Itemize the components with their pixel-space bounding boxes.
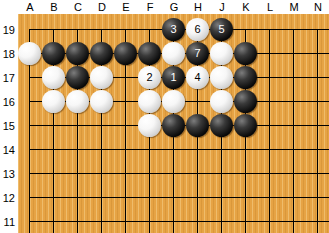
grid-line-h bbox=[29, 173, 42, 174]
grid-line-v bbox=[317, 162, 318, 186]
move-number: 3 bbox=[170, 24, 176, 35]
stone-black-E18[interactable] bbox=[114, 42, 137, 65]
grid-line-v bbox=[221, 186, 222, 210]
grid-line-v bbox=[53, 114, 54, 138]
board-point-G14[interactable] bbox=[162, 138, 186, 162]
board-point-G17[interactable]: 1 bbox=[162, 66, 186, 90]
grid-line-h bbox=[66, 149, 90, 150]
board-point-A13[interactable] bbox=[18, 162, 42, 186]
board-point-C11[interactable] bbox=[66, 210, 90, 233]
grid-line-v bbox=[173, 138, 174, 162]
grid-line-h bbox=[42, 29, 66, 30]
grid-line-h bbox=[186, 101, 210, 102]
board-point-B18[interactable] bbox=[42, 42, 66, 66]
board-point-L15[interactable] bbox=[258, 114, 282, 138]
grid-line-h bbox=[29, 197, 42, 198]
stone-black-G19[interactable]: 3 bbox=[162, 18, 185, 41]
board-point-H16[interactable] bbox=[186, 90, 210, 114]
grid-line-h bbox=[234, 173, 258, 174]
board-point-K14[interactable] bbox=[234, 138, 258, 162]
board-point-K11[interactable] bbox=[234, 210, 258, 233]
grid-line-h bbox=[42, 173, 66, 174]
stone-white-J16[interactable] bbox=[210, 90, 233, 113]
grid-line-v bbox=[29, 90, 30, 114]
column-label: E bbox=[114, 0, 138, 14]
board-point-M16[interactable] bbox=[282, 90, 306, 114]
row-label: 19 bbox=[0, 18, 15, 42]
board-point-N18[interactable] bbox=[306, 42, 329, 66]
grid-line-h bbox=[234, 29, 258, 30]
column-label: G bbox=[162, 0, 186, 14]
row-label: 16 bbox=[0, 90, 15, 114]
grid-line-v bbox=[317, 66, 318, 90]
column-label: F bbox=[138, 0, 162, 14]
grid-line-v bbox=[125, 90, 126, 114]
grid-line-v bbox=[293, 114, 294, 138]
stone-black-F18[interactable] bbox=[138, 42, 161, 65]
board-point-F19[interactable] bbox=[138, 18, 162, 42]
grid-line-v bbox=[173, 210, 174, 233]
board-point-C19[interactable] bbox=[66, 18, 90, 42]
stone-black-D18[interactable] bbox=[90, 42, 113, 65]
board-point-B14[interactable] bbox=[42, 138, 66, 162]
grid-line-v bbox=[53, 29, 54, 42]
board-point-K12[interactable] bbox=[234, 186, 258, 210]
stone-white-J17[interactable] bbox=[210, 66, 233, 89]
board-point-J16[interactable] bbox=[210, 90, 234, 114]
board-point-A17[interactable] bbox=[18, 66, 42, 90]
grid-line-v bbox=[53, 162, 54, 186]
board-point-N12[interactable] bbox=[306, 186, 329, 210]
grid-line-h bbox=[42, 149, 66, 150]
grid-line-h bbox=[258, 221, 282, 222]
grid-line-h bbox=[210, 149, 234, 150]
board-point-G19[interactable]: 3 bbox=[162, 18, 186, 42]
board-point-M18[interactable] bbox=[282, 42, 306, 66]
grid-line-v bbox=[269, 42, 270, 66]
grid-line-h bbox=[29, 125, 42, 126]
board-point-B11[interactable] bbox=[42, 210, 66, 233]
stone-black-K15[interactable] bbox=[234, 114, 257, 137]
grid-line-h bbox=[138, 197, 162, 198]
board-point-D18[interactable] bbox=[90, 42, 114, 66]
board-point-H14[interactable] bbox=[186, 138, 210, 162]
board-point-A15[interactable] bbox=[18, 114, 42, 138]
board-point-G18[interactable] bbox=[162, 42, 186, 66]
board-point-N11[interactable] bbox=[306, 210, 329, 233]
grid-line-h bbox=[258, 53, 282, 54]
board-point-A14[interactable] bbox=[18, 138, 42, 162]
grid-line-h bbox=[114, 125, 138, 126]
board-point-K17[interactable] bbox=[234, 66, 258, 90]
grid-line-v bbox=[293, 210, 294, 233]
grid-line-v bbox=[125, 186, 126, 210]
board-point-D15[interactable] bbox=[90, 114, 114, 138]
board-point-K19[interactable] bbox=[234, 18, 258, 42]
grid-line-h bbox=[114, 197, 138, 198]
go-board-grid: 3657214 bbox=[18, 18, 329, 233]
grid-line-v bbox=[101, 210, 102, 233]
grid-line-v bbox=[293, 138, 294, 162]
board-point-E19[interactable] bbox=[114, 18, 138, 42]
grid-line-v bbox=[29, 29, 30, 42]
grid-line-v bbox=[149, 138, 150, 162]
stone-black-H15[interactable] bbox=[186, 114, 209, 137]
go-board-diagram: ABCDEFGHJKLMN 191817161514131211 3657214 bbox=[0, 0, 329, 233]
grid-line-v bbox=[101, 29, 102, 42]
column-label: C bbox=[66, 0, 90, 14]
board-point-J17[interactable] bbox=[210, 66, 234, 90]
board-point-D11[interactable] bbox=[90, 210, 114, 233]
grid-line-h bbox=[282, 149, 306, 150]
stone-black-G15[interactable] bbox=[162, 114, 185, 137]
board-point-L14[interactable] bbox=[258, 138, 282, 162]
board-point-C13[interactable] bbox=[66, 162, 90, 186]
board-point-F17[interactable]: 2 bbox=[138, 66, 162, 90]
board-point-H12[interactable] bbox=[186, 186, 210, 210]
grid-line-h bbox=[90, 173, 114, 174]
board-point-A18[interactable] bbox=[18, 42, 42, 66]
grid-line-h bbox=[138, 149, 162, 150]
board-point-C16[interactable] bbox=[66, 90, 90, 114]
grid-line-v bbox=[29, 186, 30, 210]
grid-line-v bbox=[173, 186, 174, 210]
grid-line-v bbox=[53, 210, 54, 233]
board-point-C12[interactable] bbox=[66, 186, 90, 210]
grid-line-v bbox=[317, 29, 318, 42]
board-point-L13[interactable] bbox=[258, 162, 282, 186]
grid-line-h bbox=[29, 29, 42, 30]
board-point-E14[interactable] bbox=[114, 138, 138, 162]
grid-line-v bbox=[149, 162, 150, 186]
board-point-B12[interactable] bbox=[42, 186, 66, 210]
board-point-D14[interactable] bbox=[90, 138, 114, 162]
board-point-H18[interactable]: 7 bbox=[186, 42, 210, 66]
board-point-N19[interactable] bbox=[306, 18, 329, 42]
grid-line-h bbox=[186, 173, 210, 174]
grid-line-v bbox=[269, 138, 270, 162]
grid-line-h bbox=[210, 197, 234, 198]
board-point-D17[interactable] bbox=[90, 66, 114, 90]
move-number: 2 bbox=[146, 72, 152, 83]
board-point-M15[interactable] bbox=[282, 114, 306, 138]
board-point-C15[interactable] bbox=[66, 114, 90, 138]
column-label: B bbox=[42, 0, 66, 14]
board-point-F15[interactable] bbox=[138, 114, 162, 138]
row-label: 13 bbox=[0, 162, 15, 186]
grid-line-h bbox=[282, 29, 306, 30]
board-point-F13[interactable] bbox=[138, 162, 162, 186]
grid-line-v bbox=[197, 162, 198, 186]
board-point-J11[interactable] bbox=[210, 210, 234, 233]
grid-line-v bbox=[293, 66, 294, 90]
board-point-F16[interactable] bbox=[138, 90, 162, 114]
board-point-J13[interactable] bbox=[210, 162, 234, 186]
board-point-D16[interactable] bbox=[90, 90, 114, 114]
grid-line-v bbox=[149, 186, 150, 210]
board-point-K18[interactable] bbox=[234, 42, 258, 66]
board-point-B17[interactable] bbox=[42, 66, 66, 90]
grid-line-h bbox=[186, 221, 210, 222]
board-point-L11[interactable] bbox=[258, 210, 282, 233]
stone-white-H19[interactable]: 6 bbox=[186, 18, 209, 41]
board-point-F11[interactable] bbox=[138, 210, 162, 233]
move-number: 1 bbox=[170, 72, 176, 83]
board-point-L19[interactable] bbox=[258, 18, 282, 42]
board-point-G16[interactable] bbox=[162, 90, 186, 114]
grid-line-h bbox=[282, 125, 306, 126]
grid-line-v bbox=[317, 42, 318, 66]
grid-line-h bbox=[258, 77, 282, 78]
move-number: 6 bbox=[194, 24, 200, 35]
grid-line-h bbox=[90, 149, 114, 150]
grid-line-v bbox=[53, 186, 54, 210]
board-point-E11[interactable] bbox=[114, 210, 138, 233]
grid-line-v bbox=[293, 162, 294, 186]
board-point-C14[interactable] bbox=[66, 138, 90, 162]
board-point-F18[interactable] bbox=[138, 42, 162, 66]
grid-line-h bbox=[186, 197, 210, 198]
board-point-A12[interactable] bbox=[18, 186, 42, 210]
grid-line-v bbox=[149, 210, 150, 233]
grid-line-v bbox=[77, 162, 78, 186]
board-point-E15[interactable] bbox=[114, 114, 138, 138]
stone-white-F17[interactable]: 2 bbox=[138, 66, 161, 89]
grid-line-h bbox=[66, 197, 90, 198]
grid-line-v bbox=[29, 210, 30, 233]
grid-line-v bbox=[77, 186, 78, 210]
stone-white-G18[interactable] bbox=[162, 42, 185, 65]
board-point-F14[interactable] bbox=[138, 138, 162, 162]
grid-line-v bbox=[293, 29, 294, 42]
grid-line-h bbox=[42, 125, 66, 126]
grid-line-h bbox=[162, 173, 186, 174]
column-label: K bbox=[234, 0, 258, 14]
grid-line-v bbox=[197, 90, 198, 114]
column-label: N bbox=[306, 0, 329, 14]
row-label: 14 bbox=[0, 138, 15, 162]
grid-line-v bbox=[173, 162, 174, 186]
stone-white-G16[interactable] bbox=[162, 90, 185, 113]
board-point-F12[interactable] bbox=[138, 186, 162, 210]
board-point-H15[interactable] bbox=[186, 114, 210, 138]
stone-white-D17[interactable] bbox=[90, 66, 113, 89]
board-point-A19[interactable] bbox=[18, 18, 42, 42]
board-point-C17[interactable] bbox=[66, 66, 90, 90]
grid-line-h bbox=[258, 125, 282, 126]
stone-white-H17[interactable]: 4 bbox=[186, 66, 209, 89]
grid-line-h bbox=[234, 197, 258, 198]
board-point-J18[interactable] bbox=[210, 42, 234, 66]
grid-line-v bbox=[197, 210, 198, 233]
board-point-A11[interactable] bbox=[18, 210, 42, 233]
grid-line-v bbox=[269, 210, 270, 233]
stone-black-J15[interactable] bbox=[210, 114, 233, 137]
grid-line-v bbox=[221, 162, 222, 186]
board-point-N16[interactable] bbox=[306, 90, 329, 114]
stone-black-C18[interactable] bbox=[66, 42, 89, 65]
board-point-E13[interactable] bbox=[114, 162, 138, 186]
grid-line-v bbox=[269, 90, 270, 114]
grid-line-v bbox=[317, 210, 318, 233]
board-point-E12[interactable] bbox=[114, 186, 138, 210]
board-point-K13[interactable] bbox=[234, 162, 258, 186]
grid-line-v bbox=[53, 138, 54, 162]
grid-line-v bbox=[101, 186, 102, 210]
stone-black-C17[interactable] bbox=[66, 66, 89, 89]
grid-line-h bbox=[282, 197, 306, 198]
board-point-H11[interactable] bbox=[186, 210, 210, 233]
board-point-J12[interactable] bbox=[210, 186, 234, 210]
board-point-B15[interactable] bbox=[42, 114, 66, 138]
grid-line-h bbox=[29, 101, 42, 102]
board-point-N17[interactable] bbox=[306, 66, 329, 90]
board-point-N14[interactable] bbox=[306, 138, 329, 162]
grid-line-h bbox=[66, 173, 90, 174]
board-point-E17[interactable] bbox=[114, 66, 138, 90]
stone-white-F16[interactable] bbox=[138, 90, 161, 113]
grid-line-v bbox=[317, 138, 318, 162]
grid-line-v bbox=[269, 29, 270, 42]
board-point-N15[interactable] bbox=[306, 114, 329, 138]
board-point-D13[interactable] bbox=[90, 162, 114, 186]
board-point-H17[interactable]: 4 bbox=[186, 66, 210, 90]
board-point-D12[interactable] bbox=[90, 186, 114, 210]
stone-black-K17[interactable] bbox=[234, 66, 257, 89]
stone-black-K16[interactable] bbox=[234, 90, 257, 113]
row-label: 18 bbox=[0, 42, 15, 66]
board-point-M12[interactable] bbox=[282, 186, 306, 210]
grid-line-h bbox=[186, 149, 210, 150]
stone-white-D16[interactable] bbox=[90, 90, 113, 113]
grid-line-v bbox=[293, 186, 294, 210]
board-point-M14[interactable] bbox=[282, 138, 306, 162]
grid-line-h bbox=[162, 221, 186, 222]
grid-line-v bbox=[197, 138, 198, 162]
stone-white-J18[interactable] bbox=[210, 42, 233, 65]
board-point-M13[interactable] bbox=[282, 162, 306, 186]
board-point-C18[interactable] bbox=[66, 42, 90, 66]
grid-line-h bbox=[138, 173, 162, 174]
board-point-B13[interactable] bbox=[42, 162, 66, 186]
grid-line-h bbox=[162, 149, 186, 150]
board-point-L16[interactable] bbox=[258, 90, 282, 114]
move-number: 7 bbox=[194, 48, 200, 59]
grid-line-h bbox=[90, 125, 114, 126]
board-point-G12[interactable] bbox=[162, 186, 186, 210]
board-point-M17[interactable] bbox=[282, 66, 306, 90]
board-point-L12[interactable] bbox=[258, 186, 282, 210]
board-point-K15[interactable] bbox=[234, 114, 258, 138]
board-point-G13[interactable] bbox=[162, 162, 186, 186]
grid-line-v bbox=[77, 114, 78, 138]
stone-white-B16[interactable] bbox=[42, 90, 65, 113]
grid-line-h bbox=[29, 77, 42, 78]
grid-line-v bbox=[29, 66, 30, 90]
grid-line-v bbox=[269, 162, 270, 186]
grid-line-v bbox=[149, 29, 150, 42]
board-point-M11[interactable] bbox=[282, 210, 306, 233]
grid-line-h bbox=[29, 221, 42, 222]
stone-white-A18[interactable] bbox=[18, 42, 41, 65]
grid-line-v bbox=[293, 90, 294, 114]
grid-line-h bbox=[90, 197, 114, 198]
board-point-A16[interactable] bbox=[18, 90, 42, 114]
grid-line-h bbox=[90, 221, 114, 222]
grid-line-h bbox=[42, 197, 66, 198]
board-point-D19[interactable] bbox=[90, 18, 114, 42]
grid-line-v bbox=[101, 138, 102, 162]
board-point-H19[interactable]: 6 bbox=[186, 18, 210, 42]
grid-line-v bbox=[125, 138, 126, 162]
column-label: D bbox=[90, 0, 114, 14]
board-point-G15[interactable] bbox=[162, 114, 186, 138]
board-point-L17[interactable] bbox=[258, 66, 282, 90]
board-point-J15[interactable] bbox=[210, 114, 234, 138]
grid-line-h bbox=[258, 197, 282, 198]
stone-white-C16[interactable] bbox=[66, 90, 89, 113]
column-label: L bbox=[258, 0, 282, 14]
stone-black-B18[interactable] bbox=[42, 42, 65, 65]
grid-line-v bbox=[245, 138, 246, 162]
grid-line-h bbox=[258, 101, 282, 102]
board-point-N13[interactable] bbox=[306, 162, 329, 186]
board-point-M19[interactable] bbox=[282, 18, 306, 42]
grid-line-v bbox=[269, 66, 270, 90]
column-label: M bbox=[282, 0, 306, 14]
grid-line-h bbox=[258, 29, 282, 30]
stone-black-H18[interactable]: 7 bbox=[186, 42, 209, 65]
stone-black-J19[interactable]: 5 bbox=[210, 18, 233, 41]
stone-white-B17[interactable] bbox=[42, 66, 65, 89]
row-label: 11 bbox=[0, 210, 15, 233]
grid-line-v bbox=[101, 114, 102, 138]
board-point-H13[interactable] bbox=[186, 162, 210, 186]
grid-line-v bbox=[317, 114, 318, 138]
board-point-K16[interactable] bbox=[234, 90, 258, 114]
row-label: 17 bbox=[0, 66, 15, 90]
board-point-L18[interactable] bbox=[258, 42, 282, 66]
grid-line-h bbox=[114, 221, 138, 222]
board-point-J19[interactable]: 5 bbox=[210, 18, 234, 42]
grid-line-v bbox=[125, 162, 126, 186]
grid-line-v bbox=[293, 42, 294, 66]
move-number: 4 bbox=[194, 72, 200, 83]
grid-line-h bbox=[282, 101, 306, 102]
stone-black-K18[interactable] bbox=[234, 42, 257, 65]
board-point-B19[interactable] bbox=[42, 18, 66, 42]
board-point-E18[interactable] bbox=[114, 42, 138, 66]
grid-line-h bbox=[282, 173, 306, 174]
grid-line-v bbox=[221, 138, 222, 162]
grid-line-h bbox=[114, 77, 138, 78]
board-point-J14[interactable] bbox=[210, 138, 234, 162]
stone-black-G17[interactable]: 1 bbox=[162, 66, 185, 89]
board-point-B16[interactable] bbox=[42, 90, 66, 114]
board-point-E16[interactable] bbox=[114, 90, 138, 114]
grid-line-v bbox=[125, 114, 126, 138]
grid-line-v bbox=[77, 138, 78, 162]
grid-line-v bbox=[269, 186, 270, 210]
board-point-G11[interactable] bbox=[162, 210, 186, 233]
grid-line-h bbox=[282, 77, 306, 78]
grid-line-h bbox=[66, 125, 90, 126]
stone-white-F15[interactable] bbox=[138, 114, 161, 137]
grid-line-h bbox=[66, 29, 90, 30]
grid-line-h bbox=[114, 149, 138, 150]
grid-line-v bbox=[125, 66, 126, 90]
grid-line-v bbox=[221, 210, 222, 233]
